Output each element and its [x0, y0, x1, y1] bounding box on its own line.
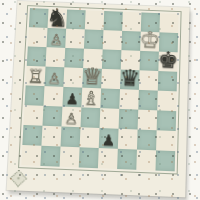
square-a1[interactable]	[21, 145, 41, 166]
square-e5[interactable]	[101, 69, 121, 89]
square-h1[interactable]	[155, 150, 175, 171]
square-e6[interactable]	[102, 49, 122, 69]
black-queen-f5[interactable]: ♛	[119, 67, 140, 90]
square-d4[interactable]: ♗	[81, 88, 101, 108]
square-a6[interactable]	[27, 46, 47, 66]
square-g3[interactable]	[138, 110, 158, 131]
board-frame: ♞♙♔♚♖♙♕♛♟♗♙♟	[21, 8, 178, 171]
square-f5[interactable]: ♛	[120, 70, 140, 90]
square-c6[interactable]	[64, 48, 84, 68]
square-b6[interactable]	[46, 47, 66, 67]
square-b8[interactable]: ♞	[48, 9, 68, 29]
white-bishop-d4[interactable]: ♗	[82, 89, 100, 108]
white-pawn-b5[interactable]: ♙	[47, 72, 61, 87]
square-a3[interactable]	[23, 105, 43, 126]
square-h5[interactable]	[158, 71, 177, 91]
square-h3[interactable]	[157, 110, 177, 131]
square-d7[interactable]	[84, 29, 104, 49]
square-g4[interactable]	[138, 90, 158, 110]
chess-mat: ♞♙♔♚♖♙♕♛♟♗♙♟	[7, 1, 190, 197]
square-g7[interactable]: ♔	[140, 32, 159, 52]
square-h2[interactable]	[156, 130, 176, 151]
square-h4[interactable]	[157, 91, 176, 112]
square-f4[interactable]	[119, 89, 139, 109]
square-c7[interactable]	[65, 29, 85, 49]
square-e4[interactable]	[100, 88, 120, 108]
square-b1[interactable]	[40, 146, 60, 167]
white-pawn-c3[interactable]: ♙	[64, 112, 78, 127]
chess-board: ♞♙♔♚♖♙♕♛♟♗♙♟	[21, 8, 178, 171]
square-f3[interactable]	[119, 109, 139, 130]
square-h6[interactable]: ♚	[158, 52, 177, 72]
white-pawn-b7[interactable]: ♙	[49, 33, 63, 48]
square-f7[interactable]	[121, 31, 140, 51]
square-c4[interactable]: ♟	[62, 87, 82, 107]
square-d3[interactable]	[80, 107, 100, 128]
square-e8[interactable]	[103, 11, 122, 31]
square-h8[interactable]	[159, 13, 178, 33]
white-queen-d5[interactable]: ♕	[81, 65, 102, 88]
square-e3[interactable]	[100, 108, 120, 129]
square-a4[interactable]	[25, 85, 45, 105]
square-b3[interactable]	[42, 106, 62, 127]
square-f1[interactable]	[117, 149, 137, 170]
square-b2[interactable]	[41, 126, 61, 147]
square-g1[interactable]	[136, 150, 156, 171]
square-d1[interactable]	[79, 147, 99, 168]
black-pawn-c4[interactable]: ♟	[65, 92, 79, 107]
square-c8[interactable]	[66, 10, 85, 30]
mat-emblem-icon	[10, 170, 27, 187]
square-c2[interactable]	[61, 126, 81, 147]
square-d5[interactable]: ♕	[82, 68, 102, 88]
square-b5[interactable]: ♙	[45, 67, 65, 87]
square-b4[interactable]	[43, 86, 63, 106]
square-e1[interactable]	[98, 148, 118, 169]
square-g6[interactable]	[140, 51, 159, 71]
square-c3[interactable]: ♙	[61, 107, 81, 128]
square-g5[interactable]	[139, 70, 158, 90]
white-rook-a5[interactable]: ♖	[27, 67, 45, 86]
square-f8[interactable]	[122, 12, 141, 32]
square-c5[interactable]	[63, 67, 83, 87]
square-d2[interactable]	[80, 127, 100, 148]
square-c1[interactable]	[60, 147, 80, 168]
photo-floor: { "game": "chess", "scene": { "descripti…	[0, 0, 200, 200]
square-e7[interactable]	[103, 30, 122, 50]
square-d8[interactable]	[85, 10, 104, 30]
square-a5[interactable]: ♖	[26, 66, 46, 86]
black-pawn-e2[interactable]: ♟	[102, 133, 116, 149]
black-king-h6[interactable]: ♚	[158, 49, 179, 72]
square-e2[interactable]: ♟	[99, 128, 119, 149]
square-f2[interactable]	[118, 129, 138, 150]
square-g2[interactable]	[137, 130, 157, 151]
square-a2[interactable]	[22, 125, 42, 146]
black-knight-b8[interactable]: ♞	[45, 5, 69, 31]
